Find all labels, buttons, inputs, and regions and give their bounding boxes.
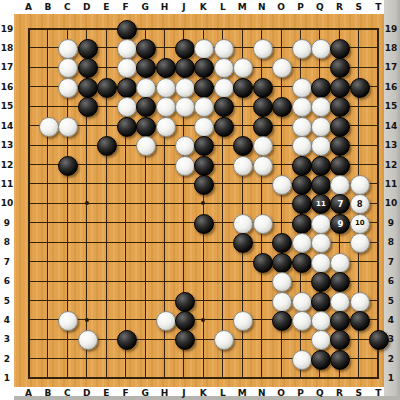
column-label-top: N	[258, 2, 266, 12]
column-label-bottom: A	[25, 388, 32, 398]
row-label-right: 5	[388, 296, 394, 306]
column-label-bottom: H	[161, 388, 169, 398]
stone-black-N14[interactable]	[253, 117, 273, 137]
stone-white-G13[interactable]	[136, 136, 156, 156]
stone-black-D16[interactable]	[78, 78, 98, 98]
stone-white-P4[interactable]	[292, 311, 312, 331]
row-label-left: 10	[1, 198, 14, 208]
column-label-top: C	[64, 2, 71, 12]
stone-white-H14[interactable]	[156, 117, 176, 137]
stone-white-S8[interactable]	[350, 233, 370, 253]
row-label-left: 1	[4, 373, 10, 383]
stone-white-P15[interactable]	[292, 97, 312, 117]
stone-white-C4[interactable]	[58, 311, 78, 331]
column-label-top: F	[123, 2, 129, 12]
star-point	[85, 318, 89, 322]
stone-white-Q13[interactable]	[311, 136, 331, 156]
row-label-right: 12	[385, 160, 398, 170]
stone-black-O15[interactable]	[272, 97, 292, 117]
stone-black-F19[interactable]	[117, 20, 137, 40]
stone-black-O8[interactable]	[272, 233, 292, 253]
stone-white-H4[interactable]	[156, 311, 176, 331]
column-label-top: T	[375, 2, 381, 12]
stone-white-S10[interactable]: 8	[350, 194, 370, 214]
stone-black-R6[interactable]	[330, 272, 350, 292]
stone-white-M9[interactable]	[233, 214, 253, 234]
column-label-top: Q	[316, 2, 324, 12]
stone-white-O11[interactable]	[272, 175, 292, 195]
stone-black-Q12[interactable]	[311, 156, 331, 176]
row-label-right: 16	[385, 82, 398, 92]
column-label-bottom: K	[200, 388, 207, 398]
column-label-top: H	[161, 2, 169, 12]
stone-white-K18[interactable]	[194, 39, 214, 59]
stone-black-Q5[interactable]	[311, 292, 331, 312]
stone-black-D18[interactable]	[78, 39, 98, 59]
stone-black-Q2[interactable]	[311, 350, 331, 370]
column-label-bottom: F	[123, 388, 129, 398]
stone-white-F15[interactable]	[117, 97, 137, 117]
stone-white-N18[interactable]	[253, 39, 273, 59]
grid-line-vertical	[377, 28, 379, 380]
column-label-bottom: N	[258, 388, 266, 398]
stone-black-J4[interactable]	[175, 311, 195, 331]
stone-black-S16[interactable]	[350, 78, 370, 98]
stone-white-H15[interactable]	[156, 97, 176, 117]
stone-black-R10[interactable]: 7	[330, 194, 350, 214]
row-label-left: 5	[4, 296, 10, 306]
stone-black-L15[interactable]	[214, 97, 234, 117]
stone-black-P9[interactable]	[292, 214, 312, 234]
column-label-top: J	[182, 2, 185, 12]
stone-white-N12[interactable]	[253, 156, 273, 176]
stone-white-K15[interactable]	[194, 97, 214, 117]
stone-white-L18[interactable]	[214, 39, 234, 59]
stone-white-J15[interactable]	[175, 97, 195, 117]
stone-white-G16[interactable]	[136, 78, 156, 98]
star-point	[85, 201, 89, 205]
row-label-left: 3	[4, 334, 10, 344]
move-number-label: 10	[355, 220, 365, 227]
stone-white-Q8[interactable]	[311, 233, 331, 253]
column-label-bottom: S	[356, 388, 362, 398]
stone-white-J13[interactable]	[175, 136, 195, 156]
stone-white-P13[interactable]	[292, 136, 312, 156]
column-label-top: K	[200, 2, 207, 12]
stone-black-R9[interactable]: 9	[330, 214, 350, 234]
stone-white-M12[interactable]	[233, 156, 253, 176]
stone-black-M8[interactable]	[233, 233, 253, 253]
stone-black-R14[interactable]	[330, 117, 350, 137]
stone-white-L3[interactable]	[214, 330, 234, 350]
column-label-top: E	[103, 2, 109, 12]
stone-white-Q9[interactable]	[311, 214, 331, 234]
row-label-left: 12	[1, 160, 14, 170]
stone-white-L17[interactable]	[214, 58, 234, 78]
move-number-label: 8	[357, 200, 363, 209]
row-label-right: 18	[385, 43, 398, 53]
row-label-left: 17	[1, 62, 14, 72]
stone-black-K9[interactable]	[194, 214, 214, 234]
stone-black-J17[interactable]	[175, 58, 195, 78]
row-label-left: 16	[1, 82, 14, 92]
stone-black-E16[interactable]	[97, 78, 117, 98]
stone-black-J18[interactable]	[175, 39, 195, 59]
stone-black-N16[interactable]	[253, 78, 273, 98]
row-label-left: 9	[4, 218, 10, 228]
column-label-bottom: T	[375, 388, 381, 398]
column-label-bottom: R	[336, 388, 343, 398]
stone-black-G15[interactable]	[136, 97, 156, 117]
star-point	[201, 318, 205, 322]
stone-black-R17[interactable]	[330, 58, 350, 78]
stone-white-C14[interactable]	[58, 117, 78, 137]
column-label-bottom: D	[83, 388, 90, 398]
stone-black-R18[interactable]	[330, 39, 350, 59]
stone-white-K14[interactable]	[194, 117, 214, 137]
row-label-left: 15	[1, 101, 14, 111]
stone-white-Q7[interactable]	[311, 253, 331, 273]
column-label-top: B	[44, 2, 51, 12]
stone-black-F14[interactable]	[117, 117, 137, 137]
column-label-bottom: P	[297, 388, 304, 398]
stone-black-P7[interactable]	[292, 253, 312, 273]
stone-white-S5[interactable]	[350, 292, 370, 312]
column-label-top: G	[141, 2, 148, 12]
stone-black-K16[interactable]	[194, 78, 214, 98]
stone-white-P18[interactable]	[292, 39, 312, 59]
star-point	[201, 201, 205, 205]
column-label-top: M	[238, 2, 247, 12]
stone-white-P8[interactable]	[292, 233, 312, 253]
stone-black-K12[interactable]	[194, 156, 214, 176]
stone-black-G18[interactable]	[136, 39, 156, 59]
row-label-right: 8	[388, 237, 394, 247]
stone-black-N7[interactable]	[253, 253, 273, 273]
stone-white-Q4[interactable]	[311, 311, 331, 331]
column-label-top: P	[297, 2, 304, 12]
row-label-left: 8	[4, 237, 10, 247]
stone-black-Q16[interactable]	[311, 78, 331, 98]
stone-black-G14[interactable]	[136, 117, 156, 137]
stone-white-O5[interactable]	[272, 292, 292, 312]
row-label-left: 14	[1, 121, 14, 131]
column-label-top: R	[336, 2, 343, 12]
go-app-window: AABBCCDDEEFFGGHHJJKKLLMMNNOOPPQQRRSSTT19…	[0, 0, 400, 400]
stone-black-R4[interactable]	[330, 311, 350, 331]
move-number-label: 9	[337, 220, 343, 229]
stone-black-J5[interactable]	[175, 292, 195, 312]
stone-white-Q15[interactable]	[311, 97, 331, 117]
stone-black-R3[interactable]	[330, 330, 350, 350]
row-label-left: 2	[4, 354, 10, 364]
stone-black-K11[interactable]	[194, 175, 214, 195]
stone-white-C18[interactable]	[58, 39, 78, 59]
stone-white-O17[interactable]	[272, 58, 292, 78]
row-label-right: 6	[388, 276, 394, 286]
column-label-top: L	[220, 2, 226, 12]
stone-white-Q3[interactable]	[311, 330, 331, 350]
column-label-bottom: Q	[316, 388, 324, 398]
row-label-right: 2	[388, 354, 394, 364]
stone-black-Q10[interactable]: 11	[311, 194, 331, 214]
move-number-label: 7	[337, 200, 343, 209]
stone-black-P11[interactable]	[292, 175, 312, 195]
stone-white-Q14[interactable]	[311, 117, 331, 137]
stone-white-B14[interactable]	[39, 117, 59, 137]
row-label-right: 11	[385, 179, 398, 189]
row-label-left: 18	[1, 43, 14, 53]
column-label-bottom: O	[277, 388, 285, 398]
column-label-top: O	[277, 2, 285, 12]
stone-white-O6[interactable]	[272, 272, 292, 292]
column-label-top: A	[25, 2, 32, 12]
stone-white-P5[interactable]	[292, 292, 312, 312]
stone-black-D17[interactable]	[78, 58, 98, 78]
column-label-bottom: L	[220, 388, 226, 398]
stone-black-F16[interactable]	[117, 78, 137, 98]
stone-black-R2[interactable]	[330, 350, 350, 370]
stone-black-R15[interactable]	[330, 97, 350, 117]
stone-white-J16[interactable]	[175, 78, 195, 98]
stone-black-R12[interactable]	[330, 156, 350, 176]
stone-white-R5[interactable]	[330, 292, 350, 312]
stone-black-G17[interactable]	[136, 58, 156, 78]
stone-black-R16[interactable]	[330, 78, 350, 98]
row-label-right: 19	[385, 24, 398, 34]
stone-black-P10[interactable]	[292, 194, 312, 214]
stone-black-Q6[interactable]	[311, 272, 331, 292]
stone-black-N15[interactable]	[253, 97, 273, 117]
stone-white-Q18[interactable]	[311, 39, 331, 59]
row-label-right: 17	[385, 62, 398, 72]
row-label-right: 15	[385, 101, 398, 111]
row-label-right: 7	[388, 257, 394, 267]
stone-white-P16[interactable]	[292, 78, 312, 98]
row-label-left: 13	[1, 140, 14, 150]
stone-black-J3[interactable]	[175, 330, 195, 350]
row-label-right: 4	[388, 315, 394, 325]
row-label-left: 7	[4, 257, 10, 267]
stone-white-N9[interactable]	[253, 214, 273, 234]
stone-black-E13[interactable]	[97, 136, 117, 156]
column-label-top: D	[83, 2, 90, 12]
stone-black-M16[interactable]	[233, 78, 253, 98]
stone-white-L16[interactable]	[214, 78, 234, 98]
column-label-bottom: J	[182, 388, 185, 398]
stone-black-O7[interactable]	[272, 253, 292, 273]
row-label-right: 13	[385, 140, 398, 150]
stone-white-S11[interactable]	[350, 175, 370, 195]
stone-white-D3[interactable]	[78, 330, 98, 350]
stone-white-F18[interactable]	[117, 39, 137, 59]
stone-white-C16[interactable]	[58, 78, 78, 98]
stone-black-H17[interactable]	[156, 58, 176, 78]
stone-white-C17[interactable]	[58, 58, 78, 78]
row-label-left: 19	[1, 24, 14, 34]
row-label-right: 14	[385, 121, 398, 131]
column-label-bottom: C	[64, 388, 71, 398]
row-label-left: 11	[1, 179, 14, 189]
stone-black-C12[interactable]	[58, 156, 78, 176]
stone-black-K17[interactable]	[194, 58, 214, 78]
stone-white-M17[interactable]	[233, 58, 253, 78]
stone-black-P12[interactable]	[292, 156, 312, 176]
row-label-right: 1	[388, 373, 394, 383]
stone-black-S4[interactable]	[350, 311, 370, 331]
stone-black-K13[interactable]	[194, 136, 214, 156]
row-label-left: 6	[4, 276, 10, 286]
stone-white-M4[interactable]	[233, 311, 253, 331]
row-label-left: 4	[4, 315, 10, 325]
column-label-bottom: B	[44, 388, 51, 398]
stone-black-M13[interactable]	[233, 136, 253, 156]
stone-white-S9[interactable]: 10	[350, 214, 370, 234]
stone-black-Q11[interactable]	[311, 175, 331, 195]
column-label-bottom: G	[141, 388, 148, 398]
stone-black-R13[interactable]	[330, 136, 350, 156]
stone-white-R7[interactable]	[330, 253, 350, 273]
move-number-label: 11	[316, 201, 326, 208]
stone-white-H16[interactable]	[156, 78, 176, 98]
stone-black-T3[interactable]	[369, 330, 389, 350]
row-label-right: 10	[385, 198, 398, 208]
stone-black-L14[interactable]	[214, 117, 234, 137]
stone-white-R11[interactable]	[330, 175, 350, 195]
stone-black-D15[interactable]	[78, 97, 98, 117]
stone-white-J12[interactable]	[175, 156, 195, 176]
grid-line-horizontal	[28, 377, 380, 379]
column-label-top: S	[356, 2, 362, 12]
column-label-bottom: M	[238, 388, 247, 398]
stone-white-F17[interactable]	[117, 58, 137, 78]
stone-white-N13[interactable]	[253, 136, 273, 156]
stone-black-F3[interactable]	[117, 330, 137, 350]
column-label-bottom: E	[103, 388, 109, 398]
row-label-right: 9	[388, 218, 394, 228]
stone-white-P2[interactable]	[292, 350, 312, 370]
stone-black-O4[interactable]	[272, 311, 292, 331]
stone-white-P14[interactable]	[292, 117, 312, 137]
